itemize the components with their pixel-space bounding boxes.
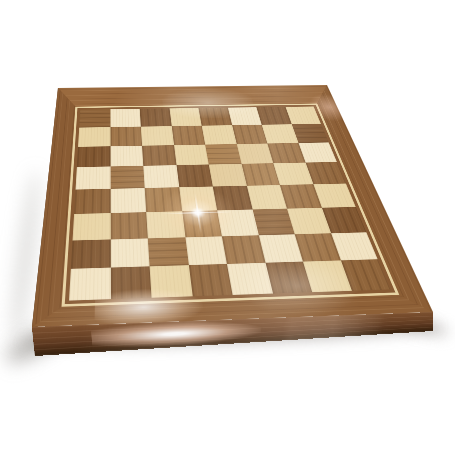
board-square [285, 106, 321, 124]
board-square [77, 146, 110, 167]
board-square [198, 108, 231, 126]
board-square [321, 207, 366, 233]
board-square [148, 237, 189, 267]
board-square [313, 184, 356, 208]
board-square [145, 187, 182, 212]
board-square [142, 145, 176, 166]
board-square [150, 265, 193, 297]
board-frame-top [56, 85, 336, 107]
board-square [110, 267, 151, 300]
board-square [140, 108, 172, 126]
board-square [171, 126, 205, 145]
board-square [185, 236, 227, 265]
board-square [79, 109, 110, 127]
board-square [205, 144, 241, 165]
board-square [202, 125, 237, 144]
chess-board [32, 85, 433, 327]
board-square [305, 162, 346, 184]
board-grid [69, 106, 390, 300]
board-square [179, 187, 217, 212]
board-square [71, 239, 111, 269]
board-square [73, 213, 111, 240]
board-square [110, 109, 141, 127]
board-square [110, 238, 149, 268]
board-square [78, 127, 110, 147]
board-square [110, 188, 146, 213]
board-square [188, 264, 232, 296]
board-square [146, 211, 185, 238]
board-square [291, 124, 328, 143]
board-square [141, 126, 174, 145]
board-square [69, 268, 110, 301]
board-square [110, 126, 142, 146]
board-square [176, 165, 213, 188]
board-square [74, 189, 110, 214]
board-square [76, 167, 111, 190]
board-square [298, 142, 337, 163]
board-square [110, 166, 144, 189]
board-square [209, 164, 247, 187]
board-square [143, 165, 179, 188]
board-square [169, 108, 201, 126]
board-square [182, 210, 222, 237]
board-square [110, 212, 148, 239]
board-square [213, 186, 252, 210]
chessboard-photo [0, 0, 455, 455]
board-square [174, 144, 209, 165]
board-square [110, 145, 143, 166]
